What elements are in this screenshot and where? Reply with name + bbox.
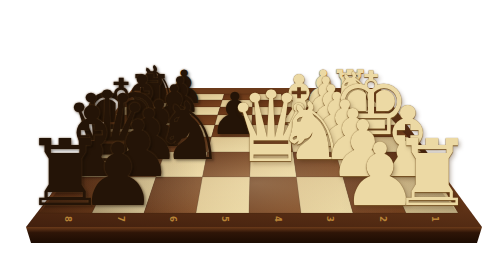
rank-label-4: 4	[273, 216, 283, 222]
board-front-face	[26, 227, 482, 243]
piece-white-rook-a1[interactable]: ♜	[391, 128, 473, 220]
chess-photo: 87654321 ♞♟♟♜♜♟♟♞♝♟♝♟♟♟♚♚♟♟♛♟♞♛♞♟♝♟♟♝♜♟♟…	[0, 0, 500, 280]
piece-black-pawn-a7[interactable]: ♟	[79, 132, 157, 219]
rank-label-5: 5	[220, 216, 230, 222]
rank-label-6: 6	[168, 216, 178, 222]
rank-label-3: 3	[325, 216, 335, 222]
